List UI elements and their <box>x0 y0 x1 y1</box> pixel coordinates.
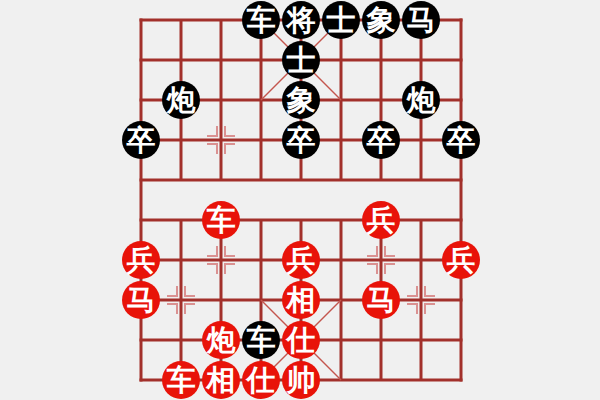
piece-black-chariot[interactable]: 车 <box>242 321 280 359</box>
piece-black-horse[interactable]: 马 <box>402 1 440 39</box>
piece-black-advisor[interactable]: 士 <box>282 41 320 79</box>
piece-black-advisor[interactable]: 士 <box>322 1 360 39</box>
piece-red-chariot[interactable]: 车 <box>162 361 200 399</box>
board-intersections-grid[interactable]: 车将士象马士炮象炮卒卒卒卒车车兵兵兵兵马相马炮仕车相仕帅 <box>121 0 481 400</box>
piece-red-soldier[interactable]: 兵 <box>442 241 480 279</box>
piece-black-soldier[interactable]: 卒 <box>442 121 480 159</box>
piece-black-cannon[interactable]: 炮 <box>162 81 200 119</box>
piece-black-elephant[interactable]: 象 <box>282 81 320 119</box>
piece-red-chariot[interactable]: 车 <box>202 201 240 239</box>
piece-black-soldier[interactable]: 卒 <box>282 121 320 159</box>
piece-red-elephant[interactable]: 相 <box>202 361 240 399</box>
piece-red-general[interactable]: 帅 <box>282 361 320 399</box>
piece-red-horse[interactable]: 马 <box>362 281 400 319</box>
piece-red-advisor[interactable]: 仕 <box>282 321 320 359</box>
piece-red-elephant[interactable]: 相 <box>282 281 320 319</box>
piece-black-general[interactable]: 将 <box>282 1 320 39</box>
piece-black-soldier[interactable]: 卒 <box>122 121 160 159</box>
piece-red-soldier[interactable]: 兵 <box>282 241 320 279</box>
piece-black-elephant[interactable]: 象 <box>362 1 400 39</box>
piece-red-soldier[interactable]: 兵 <box>122 241 160 279</box>
piece-red-advisor[interactable]: 仕 <box>242 361 280 399</box>
piece-black-cannon[interactable]: 炮 <box>402 81 440 119</box>
piece-black-chariot[interactable]: 车 <box>242 1 280 39</box>
piece-red-cannon[interactable]: 炮 <box>202 321 240 359</box>
piece-red-soldier[interactable]: 兵 <box>362 201 400 239</box>
xiangqi-board: 车将士象马士炮象炮卒卒卒卒车车兵兵兵兵马相马炮仕车相仕帅 <box>0 0 600 400</box>
piece-red-horse[interactable]: 马 <box>122 281 160 319</box>
piece-black-soldier[interactable]: 卒 <box>362 121 400 159</box>
